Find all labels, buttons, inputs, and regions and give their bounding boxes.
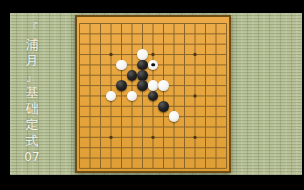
video-frame: 『浦月』基础定式07 (0, 0, 304, 190)
title-char: 式 (26, 134, 39, 148)
title-number: 07 (24, 150, 39, 164)
title-char: 月 (26, 54, 39, 68)
star-point (193, 53, 196, 56)
star-point (193, 94, 196, 97)
letterbox-left (0, 0, 10, 190)
title-char: 『 (26, 22, 39, 36)
title-char: 础 (26, 102, 39, 116)
white-stone (158, 80, 169, 91)
black-stone (137, 70, 148, 81)
star-point (109, 136, 112, 139)
white-stone (116, 60, 127, 71)
letterbox-top (0, 0, 304, 13)
black-stone (116, 80, 127, 91)
title-char: 』 (26, 70, 39, 84)
black-stone (137, 80, 148, 91)
title-char: 浦 (26, 38, 39, 52)
title-char: 定 (26, 118, 39, 132)
video-title-vertical: 『浦月』基础定式07 (22, 22, 42, 164)
star-point (109, 53, 112, 56)
letterbox-right (302, 0, 304, 190)
black-stone (127, 70, 138, 81)
title-char: 基 (26, 86, 39, 100)
letterbox-bottom (0, 175, 304, 190)
star-point (193, 136, 196, 139)
white-stone (137, 49, 148, 60)
star-point (151, 136, 154, 139)
star-point (151, 53, 154, 56)
last-move-marker (151, 63, 155, 67)
black-stone (158, 101, 169, 112)
black-stone (137, 60, 148, 71)
gomoku-board (75, 15, 231, 173)
